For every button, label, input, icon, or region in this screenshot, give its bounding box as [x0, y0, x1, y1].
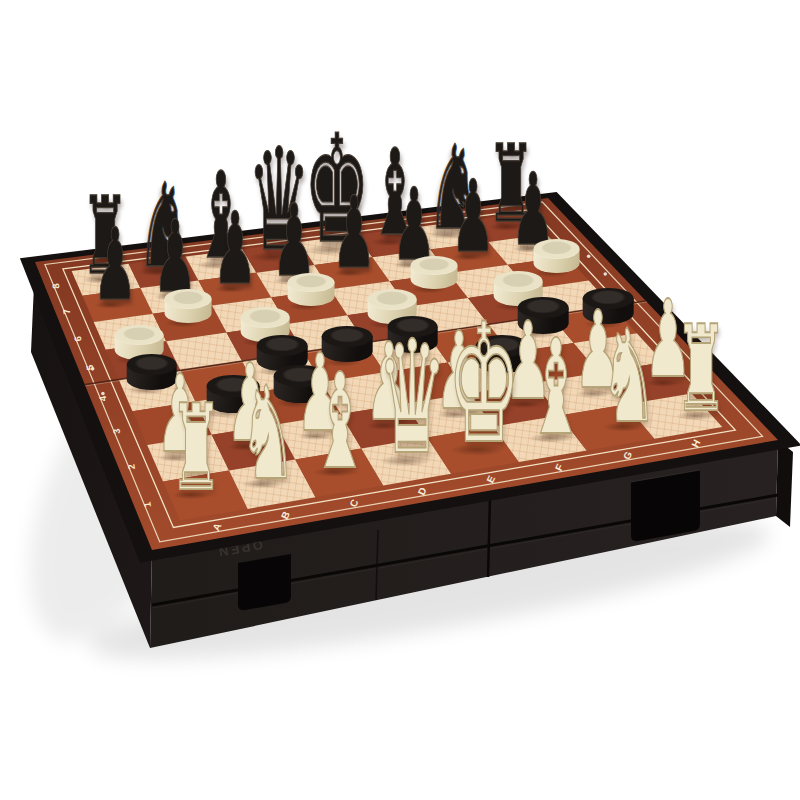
hinge-rivet	[621, 291, 625, 295]
hinge-rivet	[91, 367, 95, 371]
hinge-rivet	[603, 272, 607, 276]
hinge-rivet	[587, 254, 591, 258]
hinge-rivet	[101, 392, 105, 396]
board: OPENABCDEFGH12345678	[0, 0, 800, 800]
drawer-notch-left[interactable]	[238, 554, 291, 610]
travel-chess-set-photo: OPENABCDEFGH12345678 ♜♞♝♛♚♝♞♜♟♟♟♟♟♟♟♟♟♟♟…	[0, 0, 800, 800]
box-right-face	[776, 440, 793, 527]
